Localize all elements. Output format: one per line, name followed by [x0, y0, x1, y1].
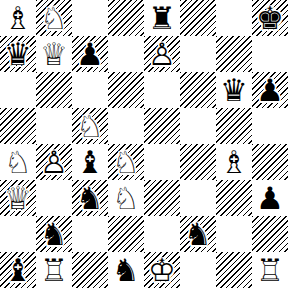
- square-g1[interactable]: [216, 252, 252, 288]
- piece-black-king: ♚♚: [252, 0, 288, 36]
- piece-white-queen: ♛♕: [0, 180, 36, 216]
- square-a6[interactable]: [0, 72, 36, 108]
- square-d3[interactable]: ♞♘: [108, 180, 144, 216]
- square-f2[interactable]: ♞♞: [180, 216, 216, 252]
- piece-glyph: ♘: [36, 0, 72, 36]
- piece-black-rook: ♜♜: [144, 0, 180, 36]
- piece-glyph: ♞: [72, 180, 108, 216]
- square-c6[interactable]: [72, 72, 108, 108]
- piece-glyph: ♗: [0, 0, 36, 36]
- piece-glyph: ♕: [0, 180, 36, 216]
- piece-white-bishop: ♝♗: [216, 144, 252, 180]
- piece-glyph: ♔: [144, 252, 180, 288]
- piece-white-bishop: ♝♗: [0, 0, 36, 36]
- square-g5[interactable]: [216, 108, 252, 144]
- piece-black-knight: ♞♞: [36, 216, 72, 252]
- square-h5[interactable]: [252, 108, 288, 144]
- piece-black-queen: ♛♛: [0, 36, 36, 72]
- square-g8[interactable]: [216, 0, 252, 36]
- square-h6[interactable]: ♟♟: [252, 72, 288, 108]
- piece-glyph: ♜: [144, 0, 180, 36]
- square-a7[interactable]: ♛♛: [0, 36, 36, 72]
- piece-glyph: ♘: [108, 180, 144, 216]
- square-f3[interactable]: [180, 180, 216, 216]
- piece-white-king: ♚♔: [144, 252, 180, 288]
- piece-black-pawn: ♟♟: [252, 72, 288, 108]
- piece-white-queen: ♛♕: [36, 36, 72, 72]
- piece-glyph: ♞: [180, 216, 216, 252]
- square-f5[interactable]: [180, 108, 216, 144]
- square-h4[interactable]: [252, 144, 288, 180]
- square-c1[interactable]: [72, 252, 108, 288]
- square-b2[interactable]: ♞♞: [36, 216, 72, 252]
- piece-white-rook: ♜♖: [36, 252, 72, 288]
- square-d5[interactable]: [108, 108, 144, 144]
- piece-black-knight: ♞♞: [72, 180, 108, 216]
- square-e8[interactable]: ♜♜: [144, 0, 180, 36]
- square-d7[interactable]: [108, 36, 144, 72]
- square-h1[interactable]: ♜♖: [252, 252, 288, 288]
- square-a4[interactable]: ♞♘: [0, 144, 36, 180]
- piece-white-knight: ♞♘: [72, 108, 108, 144]
- piece-black-knight: ♞♞: [180, 216, 216, 252]
- square-f1[interactable]: [180, 252, 216, 288]
- square-h7[interactable]: [252, 36, 288, 72]
- square-h2[interactable]: [252, 216, 288, 252]
- piece-glyph: ♟: [72, 36, 108, 72]
- piece-black-pawn: ♟♟: [72, 36, 108, 72]
- piece-glyph: ♙: [144, 36, 180, 72]
- square-b8[interactable]: ♞♘: [36, 0, 72, 36]
- piece-white-pawn: ♟♙: [144, 36, 180, 72]
- piece-glyph: ♝: [0, 252, 36, 288]
- square-g6[interactable]: ♛♛: [216, 72, 252, 108]
- piece-glyph: ♛: [216, 72, 252, 108]
- square-h8[interactable]: ♚♚: [252, 0, 288, 36]
- piece-white-knight: ♞♘: [36, 0, 72, 36]
- piece-glyph: ♚: [252, 0, 288, 36]
- square-a2[interactable]: [0, 216, 36, 252]
- square-c2[interactable]: [72, 216, 108, 252]
- square-g4[interactable]: ♝♗: [216, 144, 252, 180]
- square-a5[interactable]: [0, 108, 36, 144]
- chess-board: ♝♗♞♘♜♜♚♚♛♛♛♕♟♟♟♙♛♛♟♟♞♘♞♘♟♙♝♝♞♘♝♗♛♕♞♞♞♘♟♟…: [0, 0, 288, 288]
- piece-glyph: ♝: [72, 144, 108, 180]
- square-g3[interactable]: [216, 180, 252, 216]
- square-d6[interactable]: [108, 72, 144, 108]
- square-e6[interactable]: [144, 72, 180, 108]
- square-h3[interactable]: ♟♟: [252, 180, 288, 216]
- piece-glyph: ♘: [72, 108, 108, 144]
- square-d2[interactable]: [108, 216, 144, 252]
- piece-glyph: ♟: [252, 180, 288, 216]
- piece-glyph: ♟: [252, 72, 288, 108]
- piece-glyph: ♖: [252, 252, 288, 288]
- square-f4[interactable]: [180, 144, 216, 180]
- piece-white-knight: ♞♘: [108, 144, 144, 180]
- square-c7[interactable]: ♟♟: [72, 36, 108, 72]
- piece-glyph: ♞: [36, 216, 72, 252]
- square-d4[interactable]: ♞♘: [108, 144, 144, 180]
- square-b3[interactable]: [36, 180, 72, 216]
- square-b6[interactable]: [36, 72, 72, 108]
- piece-black-queen: ♛♛: [216, 72, 252, 108]
- piece-glyph: ♕: [36, 36, 72, 72]
- square-a3[interactable]: ♛♕: [0, 180, 36, 216]
- piece-glyph: ♙: [36, 144, 72, 180]
- square-b7[interactable]: ♛♕: [36, 36, 72, 72]
- square-e5[interactable]: [144, 108, 180, 144]
- piece-glyph: ♘: [0, 144, 36, 180]
- square-e4[interactable]: [144, 144, 180, 180]
- piece-glyph: ♖: [36, 252, 72, 288]
- square-d8[interactable]: [108, 0, 144, 36]
- piece-white-pawn: ♟♙: [36, 144, 72, 180]
- square-a1[interactable]: ♝♝: [0, 252, 36, 288]
- piece-black-bishop: ♝♝: [72, 144, 108, 180]
- square-b1[interactable]: ♜♖: [36, 252, 72, 288]
- square-f7[interactable]: [180, 36, 216, 72]
- piece-white-knight: ♞♘: [0, 144, 36, 180]
- square-c3[interactable]: ♞♞: [72, 180, 108, 216]
- square-g2[interactable]: [216, 216, 252, 252]
- piece-black-bishop: ♝♝: [0, 252, 36, 288]
- piece-white-knight: ♞♘: [108, 180, 144, 216]
- square-f6[interactable]: [180, 72, 216, 108]
- square-b5[interactable]: [36, 108, 72, 144]
- square-c5[interactable]: ♞♘: [72, 108, 108, 144]
- piece-glyph: ♗: [216, 144, 252, 180]
- piece-black-knight: ♞♞: [108, 252, 144, 288]
- piece-glyph: ♛: [0, 36, 36, 72]
- square-e3[interactable]: [144, 180, 180, 216]
- square-f8[interactable]: [180, 0, 216, 36]
- piece-white-rook: ♜♖: [252, 252, 288, 288]
- square-e2[interactable]: [144, 216, 180, 252]
- square-b4[interactable]: ♟♙: [36, 144, 72, 180]
- square-d1[interactable]: ♞♞: [108, 252, 144, 288]
- square-c4[interactable]: ♝♝: [72, 144, 108, 180]
- piece-glyph: ♘: [108, 144, 144, 180]
- chess-board-diagram: ♝♗♞♘♜♜♚♚♛♛♛♕♟♟♟♙♛♛♟♟♞♘♞♘♟♙♝♝♞♘♝♗♛♕♞♞♞♘♟♟…: [0, 0, 288, 288]
- square-g7[interactable]: [216, 36, 252, 72]
- piece-glyph: ♞: [108, 252, 144, 288]
- square-c8[interactable]: [72, 0, 108, 36]
- square-a8[interactable]: ♝♗: [0, 0, 36, 36]
- square-e7[interactable]: ♟♙: [144, 36, 180, 72]
- square-e1[interactable]: ♚♔: [144, 252, 180, 288]
- piece-black-pawn: ♟♟: [252, 180, 288, 216]
